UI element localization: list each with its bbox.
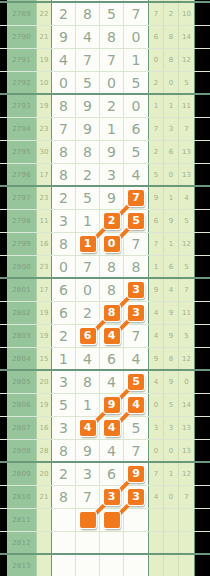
digit-cell: 8	[52, 141, 76, 163]
issue-label: 2791	[7, 49, 37, 71]
stat-cell: 0	[179, 371, 195, 393]
stat-cell: 9	[149, 187, 164, 209]
digit-cell: 9	[100, 141, 124, 163]
issue-label: 2812	[7, 532, 37, 553]
stat-cell: 12	[179, 348, 195, 369]
issue-label: 2790	[7, 26, 37, 48]
issue-label: 2793	[7, 95, 37, 117]
clipped-cell	[195, 0, 210, 1]
digit-cell: 7	[124, 440, 149, 461]
digit-cell	[52, 509, 76, 531]
draw-row-2812: 2812	[0, 532, 210, 555]
digit-cell: 3	[52, 210, 76, 232]
sum-value: 20	[37, 463, 52, 485]
right-frame	[195, 256, 210, 277]
left-frame	[0, 72, 7, 93]
stat-cell: 4	[149, 486, 164, 508]
digit-cell: 2	[76, 164, 100, 185]
clipped-cell	[7, 0, 37, 1]
highlight-box: 9	[104, 397, 120, 413]
stat-cell: 1	[149, 256, 164, 277]
sum-value	[37, 509, 52, 531]
stat-cell: 8	[164, 26, 179, 48]
clipped-cell	[100, 0, 124, 1]
digit-cell: 3	[52, 371, 76, 393]
digit-cell: 7	[52, 118, 76, 140]
right-frame	[195, 555, 210, 576]
left-frame	[0, 187, 7, 209]
digit-cell: 6	[52, 302, 76, 324]
digit-cell	[124, 555, 149, 576]
stat-cell: 9	[164, 325, 179, 347]
right-frame	[195, 233, 210, 255]
stat-cell	[149, 555, 164, 576]
stat-cell: 7	[179, 118, 195, 140]
digit-cell: 8	[52, 233, 76, 255]
stat-cell: 3	[164, 417, 179, 439]
left-frame	[0, 325, 7, 347]
digit-cell: 8	[100, 256, 124, 277]
digit-cell: 0	[52, 72, 76, 93]
draw-row-2791: 27911947710812	[0, 49, 210, 72]
stat-cell: 7	[149, 3, 164, 25]
stat-cell: 13	[179, 440, 195, 461]
stat-cell: 7	[179, 486, 195, 508]
left-frame	[0, 164, 7, 185]
sum-value: 21	[37, 26, 52, 48]
stat-cell: 13	[179, 164, 195, 185]
sum-value: 19	[37, 95, 52, 117]
issue-label: 2789	[7, 3, 37, 25]
highlight-box: 0	[104, 236, 120, 252]
draw-row-2792: 2792100505205	[0, 72, 210, 95]
digit-cell	[124, 532, 149, 553]
highlight-box: 9	[128, 466, 144, 482]
stat-cell: 2	[164, 3, 179, 25]
issue-label: 2798	[7, 210, 37, 232]
highlight-box: 4	[128, 397, 144, 413]
clipped-cell	[52, 0, 76, 1]
right-frame	[195, 3, 210, 25]
digit-cell: 4	[100, 440, 124, 461]
issue-label: 2806	[7, 394, 37, 416]
right-frame	[195, 118, 210, 140]
issue-label: 2792	[7, 72, 37, 93]
left-frame	[0, 348, 7, 369]
stat-cell: 4	[164, 279, 179, 301]
draw-row-2796: 27961782345013	[0, 164, 210, 187]
stat-cell: 5	[179, 325, 195, 347]
stat-cell	[149, 509, 164, 531]
highlight-box: 2	[104, 213, 120, 229]
digit-cell: 4	[124, 348, 149, 369]
issue-label: 2811	[7, 509, 37, 531]
right-frame	[195, 72, 210, 93]
issue-label: 2808	[7, 440, 37, 461]
stat-cell: 0	[149, 440, 164, 461]
stat-cell: 0	[164, 72, 179, 93]
stat-cell: 7	[149, 118, 164, 140]
sum-value: 19	[37, 325, 52, 347]
left-frame	[0, 440, 7, 461]
left-frame	[0, 233, 7, 255]
issue-label: 2803	[7, 325, 37, 347]
stat-cell: 5	[179, 72, 195, 93]
highlight-box: 5	[128, 213, 144, 229]
stat-cell: 7	[179, 279, 195, 301]
right-frame	[195, 187, 210, 209]
stat-cell: 13	[179, 141, 195, 163]
sum-value: 23	[37, 118, 52, 140]
left-frame	[0, 486, 7, 508]
left-frame	[0, 463, 7, 485]
highlight-box: 4	[80, 420, 96, 436]
digit-cell	[124, 509, 149, 531]
digit-cell: 2	[52, 325, 76, 347]
sum-value	[37, 555, 52, 576]
stat-cell	[164, 555, 179, 576]
sum-value: 21	[37, 486, 52, 508]
digit-cell: 8	[76, 3, 100, 25]
sum-value: 30	[37, 141, 52, 163]
clipped-cell	[149, 0, 164, 1]
draw-row-2799: 27991681077112	[0, 233, 210, 256]
digit-cell: 2	[76, 302, 100, 324]
stat-cell: 9	[149, 348, 164, 369]
digit-cell	[52, 532, 76, 553]
stat-cell: 1	[164, 463, 179, 485]
stat-cell: 4	[179, 187, 195, 209]
digit-cell: 6	[52, 279, 76, 301]
highlight-box: 4	[104, 420, 120, 436]
clipped-cell	[76, 0, 100, 1]
right-frame	[195, 417, 210, 439]
digit-cell: 1	[76, 394, 100, 416]
issue-label: 2800	[7, 256, 37, 277]
stat-cell: 8	[164, 348, 179, 369]
draw-row-2793: 27931989201111	[0, 95, 210, 118]
digit-cell: 7	[124, 325, 149, 347]
draw-row-2789: 27892228577210	[0, 3, 210, 26]
stat-cell: 12	[179, 233, 195, 255]
digit-cell: 4	[52, 49, 76, 71]
digit-cell	[76, 532, 100, 553]
issue-label: 2804	[7, 348, 37, 369]
highlight-box: 8	[104, 305, 120, 321]
digit-cell: 5	[76, 187, 100, 209]
digit-cell: 8	[124, 256, 149, 277]
stat-cell: 12	[179, 463, 195, 485]
stat-cell: 0	[164, 440, 179, 461]
digit-cell: 8	[76, 371, 100, 393]
digit-cell: 4	[124, 164, 149, 185]
stat-cell: 9	[164, 302, 179, 324]
clipped-cell	[164, 0, 179, 1]
draw-row-2803: 2803192647495	[0, 325, 210, 348]
draw-row-2813: 2813	[0, 555, 210, 576]
highlight-box: 3	[128, 282, 144, 298]
sum-value: 20	[37, 371, 52, 393]
issue-label: 2797	[7, 187, 37, 209]
trend-chart-board: 2789222857721027902194806814279119477108…	[0, 0, 210, 576]
stat-cell: 2	[149, 141, 164, 163]
highlight-box: 4	[104, 328, 120, 344]
digit-cell: 7	[76, 486, 100, 508]
stat-cell: 4	[149, 325, 164, 347]
stat-cell	[149, 532, 164, 553]
right-frame	[195, 26, 210, 48]
digit-cell: 6	[100, 348, 124, 369]
left-frame	[0, 417, 7, 439]
stat-cell: 0	[149, 49, 164, 71]
left-frame	[0, 141, 7, 163]
stat-cell: 14	[179, 394, 195, 416]
stat-cell: 5	[149, 164, 164, 185]
sum-value: 15	[37, 348, 52, 369]
draw-row-2808: 28082889470013	[0, 440, 210, 463]
left-frame	[0, 371, 7, 393]
digit-cell: 1	[100, 118, 124, 140]
digit-cell: 4	[76, 348, 100, 369]
digit-cell: 1	[76, 210, 100, 232]
left-frame	[0, 118, 7, 140]
digit-cell: 5	[52, 394, 76, 416]
right-frame	[195, 302, 210, 324]
right-frame	[195, 141, 210, 163]
stat-cell	[179, 532, 195, 553]
stat-cell: 8	[164, 49, 179, 71]
highlight-box: 3	[128, 305, 144, 321]
stat-cell: 5	[179, 256, 195, 277]
issue-label: 2799	[7, 233, 37, 255]
left-frame	[0, 509, 7, 531]
right-frame	[195, 394, 210, 416]
sum-value: 19	[37, 394, 52, 416]
draw-row-2790: 27902194806814	[0, 26, 210, 49]
highlight-box	[104, 512, 120, 528]
stat-cell: 7	[149, 233, 164, 255]
digit-cell: 3	[52, 417, 76, 439]
stat-cell: 2	[149, 72, 164, 93]
issue-label: 2807	[7, 417, 37, 439]
stat-cell: 0	[164, 486, 179, 508]
digit-cell: 5	[124, 417, 149, 439]
digit-cell	[100, 532, 124, 553]
stat-cell: 6	[149, 26, 164, 48]
digit-cell: 6	[124, 118, 149, 140]
digit-cell: 0	[100, 72, 124, 93]
stat-cell: 9	[164, 210, 179, 232]
digit-cell: 4	[76, 26, 100, 48]
digit-cell: 0	[52, 256, 76, 277]
left-frame	[0, 3, 7, 25]
draw-row-2801: 2801176083947	[0, 279, 210, 302]
digit-cell: 8	[100, 26, 124, 48]
left-frame	[0, 256, 7, 277]
stat-cell: 1	[164, 187, 179, 209]
sum-value: 17	[37, 279, 52, 301]
stat-cell: 3	[149, 417, 164, 439]
digit-cell: 2	[52, 3, 76, 25]
digit-cell: 5	[76, 72, 100, 93]
digit-cell	[76, 555, 100, 576]
draw-row-2804: 28041514649812	[0, 348, 210, 371]
draw-row-2807: 28071634453313	[0, 417, 210, 440]
digit-cell: 1	[52, 348, 76, 369]
left-frame	[0, 532, 7, 553]
issue-label: 2809	[7, 463, 37, 485]
stat-cell: 6	[164, 141, 179, 163]
digit-cell: 0	[124, 26, 149, 48]
stat-cell: 9	[149, 279, 164, 301]
stat-cell: 0	[149, 394, 164, 416]
digit-cell: 7	[76, 256, 100, 277]
right-frame	[195, 95, 210, 117]
sum-value: 23	[37, 256, 52, 277]
digit-cell: 8	[52, 440, 76, 461]
digit-cell: 8	[52, 164, 76, 185]
stat-cell	[179, 509, 195, 531]
right-frame	[195, 486, 210, 508]
digit-cell: 1	[124, 49, 149, 71]
stat-cell: 0	[164, 164, 179, 185]
digit-cell: 9	[76, 95, 100, 117]
digit-cell: 3	[76, 463, 100, 485]
digit-cell: 0	[76, 279, 100, 301]
sum-value: 10	[37, 72, 52, 93]
digit-cell: 6	[100, 463, 124, 485]
issue-label: 2796	[7, 164, 37, 185]
digit-cell: 8	[100, 279, 124, 301]
left-frame	[0, 394, 7, 416]
draw-row-2797: 2797232597914	[0, 187, 210, 210]
right-frame	[195, 440, 210, 461]
stat-cell: 12	[179, 49, 195, 71]
issue-label: 2802	[7, 302, 37, 324]
highlight-box: 6	[80, 328, 96, 344]
stat-cell: 10	[179, 3, 195, 25]
sum-value: 22	[37, 3, 52, 25]
right-frame	[195, 164, 210, 185]
stat-cell: 11	[179, 95, 195, 117]
stat-cell: 7	[149, 463, 164, 485]
clipped-cell	[0, 0, 7, 1]
stat-cell: 14	[179, 26, 195, 48]
digit-cell: 5	[124, 141, 149, 163]
left-frame	[0, 555, 7, 576]
right-frame	[195, 49, 210, 71]
issue-label: 2795	[7, 141, 37, 163]
highlight-box: 7	[128, 190, 144, 206]
right-frame	[195, 509, 210, 531]
stat-cell: 5	[164, 394, 179, 416]
digit-cell: 7	[124, 3, 149, 25]
stat-cell	[164, 509, 179, 531]
digit-cell: 4	[100, 371, 124, 393]
highlight-box: 3	[128, 489, 144, 505]
stat-cell: 6	[149, 210, 164, 232]
digit-cell: 7	[76, 49, 100, 71]
sum-value: 16	[37, 417, 52, 439]
highlight-box: 1	[80, 236, 96, 252]
right-frame	[195, 279, 210, 301]
sum-value	[37, 532, 52, 553]
digit-cell: 9	[52, 26, 76, 48]
stat-cell: 9	[164, 371, 179, 393]
issue-label: 2801	[7, 279, 37, 301]
sum-value: 11	[37, 210, 52, 232]
digit-cell: 2	[52, 187, 76, 209]
sum-value: 23	[37, 187, 52, 209]
stat-cell: 1	[164, 95, 179, 117]
stat-cell: 1	[149, 95, 164, 117]
stat-cell: 5	[179, 210, 195, 232]
right-frame	[195, 463, 210, 485]
digit-cell: 8	[52, 95, 76, 117]
digit-cell: 0	[124, 95, 149, 117]
digit-cell: 5	[124, 72, 149, 93]
left-frame	[0, 26, 7, 48]
stat-cell: 1	[164, 233, 179, 255]
left-frame	[0, 49, 7, 71]
right-frame	[195, 325, 210, 347]
issue-label: 2794	[7, 118, 37, 140]
draw-row-2811: 2811	[0, 509, 210, 532]
sum-value: 28	[37, 440, 52, 461]
digit-cell	[52, 555, 76, 576]
clipped-cell	[37, 0, 52, 1]
stat-cell: 6	[164, 256, 179, 277]
sum-value: 16	[37, 233, 52, 255]
right-frame	[195, 210, 210, 232]
digit-cell: 8	[52, 486, 76, 508]
draw-row-2794: 2794237916737	[0, 118, 210, 141]
draw-row-2795: 27953088952613	[0, 141, 210, 164]
digit-cell: 9	[76, 440, 100, 461]
highlight-box: 5	[128, 374, 144, 390]
stat-cell: 4	[149, 371, 164, 393]
right-frame	[195, 371, 210, 393]
draw-row-2809: 28092023697112	[0, 463, 210, 486]
highlight-box: 3	[104, 489, 120, 505]
right-frame	[195, 348, 210, 369]
right-frame	[195, 532, 210, 553]
stat-cell: 4	[149, 302, 164, 324]
digit-cell	[100, 555, 124, 576]
digit-cell: 7	[100, 49, 124, 71]
digit-cell: 9	[100, 187, 124, 209]
stat-cell: 11	[179, 302, 195, 324]
stat-cell: 3	[164, 118, 179, 140]
digit-cell: 8	[76, 141, 100, 163]
left-frame	[0, 279, 7, 301]
digit-cell: 2	[52, 463, 76, 485]
sum-value: 19	[37, 49, 52, 71]
digit-cell: 7	[124, 233, 149, 255]
left-frame	[0, 302, 7, 324]
digit-cell: 2	[100, 95, 124, 117]
stat-cell	[164, 532, 179, 553]
stat-cell: 13	[179, 417, 195, 439]
issue-label: 2805	[7, 371, 37, 393]
draw-row-2805: 2805203845490	[0, 371, 210, 394]
issue-label: 2810	[7, 486, 37, 508]
clipped-cell	[179, 0, 195, 1]
clipped-cell	[124, 0, 149, 1]
sum-value: 17	[37, 164, 52, 185]
digit-cell: 5	[100, 3, 124, 25]
draw-row-2800: 2800230788165	[0, 256, 210, 279]
